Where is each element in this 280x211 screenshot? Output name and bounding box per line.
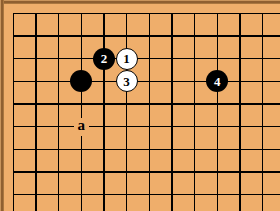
board-frame-top-edge [0,0,280,4]
go-board-diagram: a2134 [0,0,280,211]
point-label-a: a [78,118,86,135]
black-stone-hoshi [70,70,92,92]
black-stone-move-2: 2 [93,48,115,70]
white-stone-move-3: 3 [116,70,138,92]
go-board-grid: a2134 [2,2,274,206]
white-stone-move-1: 1 [116,48,138,70]
board-frame-left-edge [0,0,4,211]
black-stone-move-4: 4 [206,70,228,92]
